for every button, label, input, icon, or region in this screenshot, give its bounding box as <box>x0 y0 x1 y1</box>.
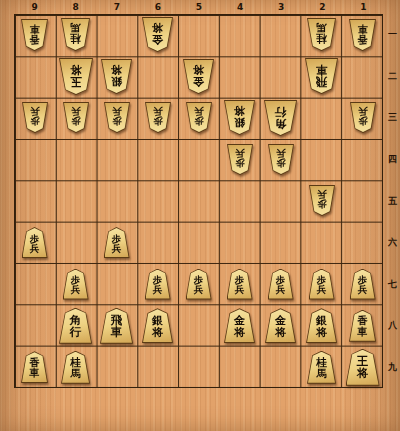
gote-pawn-44[interactable]: 歩兵 <box>227 144 253 175</box>
koma-kanji: 歩兵 <box>228 270 252 299</box>
koma-shape: 歩兵 <box>104 227 130 258</box>
koma-kanji: 歩兵 <box>23 103 47 132</box>
sente-knight-89[interactable]: 桂馬 <box>61 351 90 384</box>
koma-shape: 歩兵 <box>186 269 212 300</box>
koma-shape: 歩兵 <box>145 269 171 300</box>
koma-kanji: 歩兵 <box>105 103 129 132</box>
sente-pawn-37[interactable]: 歩兵 <box>268 269 294 300</box>
koma-shape: 飛車 <box>305 58 338 94</box>
koma-kanji: 歩兵 <box>269 270 293 299</box>
sente-pawn-76[interactable]: 歩兵 <box>104 227 130 258</box>
gote-knight-81[interactable]: 桂馬 <box>61 18 90 51</box>
koma-kanji: 歩兵 <box>310 186 334 215</box>
koma-kanji: 金将 <box>184 60 213 93</box>
gote-knight-21[interactable]: 桂馬 <box>307 18 336 51</box>
koma-shape: 香車 <box>349 19 376 51</box>
koma-kanji: 歩兵 <box>23 228 47 257</box>
koma-kanji: 金将 <box>266 309 295 342</box>
koma-kanji: 歩兵 <box>64 270 88 299</box>
koma-shape: 桂馬 <box>61 351 90 384</box>
koma-kanji: 角行 <box>265 101 296 135</box>
rank-label-1: 一 <box>385 14 400 56</box>
koma-kanji: 桂馬 <box>62 352 89 383</box>
koma-kanji: 桂馬 <box>308 19 335 50</box>
koma-shape: 銀将 <box>101 59 132 94</box>
koma-kanji: 香車 <box>350 311 375 341</box>
sente-pawn-27[interactable]: 歩兵 <box>309 269 335 300</box>
koma-kanji: 桂馬 <box>62 19 89 50</box>
gote-bishop-33[interactable]: 角行 <box>264 100 297 136</box>
koma-shape: 桂馬 <box>307 351 336 384</box>
sente-pawn-47[interactable]: 歩兵 <box>227 269 253 300</box>
file-label-6: 6 <box>137 0 178 14</box>
sente-lance-18[interactable]: 香車 <box>349 310 376 342</box>
sente-bishop-88[interactable]: 角行 <box>59 308 92 344</box>
sente-pawn-67[interactable]: 歩兵 <box>145 269 171 300</box>
sente-rook-78[interactable]: 飛車 <box>100 308 133 344</box>
koma-kanji: 金将 <box>143 18 172 51</box>
rank-label-3: 三 <box>385 97 400 139</box>
koma-kanji: 歩兵 <box>146 270 170 299</box>
gote-pawn-63[interactable]: 歩兵 <box>145 102 171 133</box>
koma-shape: 歩兵 <box>227 144 253 175</box>
koma-shape: 桂馬 <box>61 18 90 51</box>
koma-kanji: 歩兵 <box>269 145 293 174</box>
koma-shape: 歩兵 <box>63 102 89 133</box>
gote-lance-11[interactable]: 香車 <box>349 19 376 51</box>
sente-lance-99[interactable]: 香車 <box>21 351 48 383</box>
file-label-4: 4 <box>220 0 261 14</box>
koma-kanji: 銀将 <box>225 101 254 134</box>
koma-shape: 香車 <box>349 310 376 342</box>
gote-pawn-83[interactable]: 歩兵 <box>63 102 89 133</box>
koma-shape: 歩兵 <box>309 269 335 300</box>
gote-pawn-25[interactable]: 歩兵 <box>309 185 335 216</box>
koma-shape: 歩兵 <box>186 102 212 133</box>
koma-shape: 歩兵 <box>22 227 48 258</box>
koma-kanji: 香車 <box>350 20 375 50</box>
koma-kanji: 香車 <box>22 352 47 382</box>
sente-gold-48[interactable]: 金将 <box>224 308 255 343</box>
koma-kanji: 歩兵 <box>187 103 211 132</box>
koma-kanji: 歩兵 <box>64 103 88 132</box>
gote-pawn-73[interactable]: 歩兵 <box>104 102 130 133</box>
gote-silver-72[interactable]: 銀将 <box>101 59 132 94</box>
file-label-5: 5 <box>178 0 219 14</box>
gote-pawn-34[interactable]: 歩兵 <box>268 144 294 175</box>
rank-labels: 一 二 三 四 五 六 七 八 九 <box>385 14 400 388</box>
koma-kanji: 歩兵 <box>351 103 375 132</box>
gote-rook-22[interactable]: 飛車 <box>305 58 338 94</box>
koma-shape: 銀将 <box>306 308 337 343</box>
koma-shape: 歩兵 <box>145 102 171 133</box>
koma-kanji: 歩兵 <box>310 270 334 299</box>
rank-label-2: 二 <box>385 56 400 98</box>
koma-kanji: 銀将 <box>143 309 172 342</box>
sente-pawn-87[interactable]: 歩兵 <box>63 269 89 300</box>
koma-kanji: 金将 <box>225 309 254 342</box>
rank-label-8: 八 <box>385 305 400 347</box>
rank-label-9: 九 <box>385 347 400 389</box>
koma-shape: 銀将 <box>142 308 173 343</box>
file-label-2: 2 <box>302 0 343 14</box>
gote-pawn-53[interactable]: 歩兵 <box>186 102 212 133</box>
sente-knight-29[interactable]: 桂馬 <box>307 351 336 384</box>
koma-kanji: 角行 <box>60 309 91 343</box>
sente-gold-38[interactable]: 金将 <box>265 308 296 343</box>
koma-shape: 歩兵 <box>268 269 294 300</box>
koma-shape: 角行 <box>264 100 297 136</box>
sente-silver-28[interactable]: 銀将 <box>306 308 337 343</box>
rank-label-4: 四 <box>385 139 400 181</box>
sente-king-19[interactable]: 王将 <box>346 349 380 386</box>
gote-king-82[interactable]: 玉将 <box>59 58 93 95</box>
board-grid[interactable]: 香車桂馬金将桂馬香車玉将銀将金将飛車歩兵歩兵歩兵歩兵歩兵銀将角行歩兵歩兵歩兵歩兵… <box>14 14 383 388</box>
koma-shape: 歩兵 <box>104 102 130 133</box>
koma-kanji: 歩兵 <box>105 228 129 257</box>
koma-kanji: 王将 <box>347 350 379 385</box>
gote-pawn-93[interactable]: 歩兵 <box>22 102 48 133</box>
gote-silver-43[interactable]: 銀将 <box>224 100 255 135</box>
file-label-9: 9 <box>14 0 55 14</box>
koma-kanji: 飛車 <box>101 309 132 343</box>
rank-label-7: 七 <box>385 263 400 305</box>
sente-pawn-17[interactable]: 歩兵 <box>350 269 376 300</box>
shogi-board: 9 8 7 6 5 4 3 2 1 一 二 三 四 五 六 七 八 九 香車桂馬… <box>0 0 400 431</box>
koma-kanji: 飛車 <box>306 59 337 93</box>
file-label-8: 8 <box>55 0 96 14</box>
rank-label-6: 六 <box>385 222 400 264</box>
koma-shape: 王将 <box>346 349 380 386</box>
sente-pawn-96[interactable]: 歩兵 <box>22 227 48 258</box>
file-labels: 9 8 7 6 5 4 3 2 1 <box>14 0 384 14</box>
koma-kanji: 歩兵 <box>228 145 252 174</box>
koma-shape: 玉将 <box>59 58 93 95</box>
koma-kanji: 桂馬 <box>308 352 335 383</box>
gote-lance-91[interactable]: 香車 <box>21 19 48 51</box>
koma-kanji: 歩兵 <box>187 270 211 299</box>
koma-kanji: 銀将 <box>307 309 336 342</box>
koma-shape: 金将 <box>224 308 255 343</box>
koma-kanji: 香車 <box>22 20 47 50</box>
koma-shape: 香車 <box>21 351 48 383</box>
gote-gold-52[interactable]: 金将 <box>183 59 214 94</box>
koma-shape: 歩兵 <box>268 144 294 175</box>
koma-shape: 金将 <box>265 308 296 343</box>
koma-kanji: 銀将 <box>102 60 131 93</box>
koma-shape: 歩兵 <box>227 269 253 300</box>
rank-label-5: 五 <box>385 180 400 222</box>
koma-shape: 桂馬 <box>307 18 336 51</box>
koma-shape: 香車 <box>21 19 48 51</box>
koma-shape: 飛車 <box>100 308 133 344</box>
koma-shape: 金将 <box>142 17 173 52</box>
file-label-3: 3 <box>261 0 302 14</box>
koma-shape: 金将 <box>183 59 214 94</box>
sente-pawn-57[interactable]: 歩兵 <box>186 269 212 300</box>
koma-kanji: 歩兵 <box>351 270 375 299</box>
file-label-7: 7 <box>96 0 137 14</box>
koma-shape: 歩兵 <box>350 269 376 300</box>
koma-kanji: 歩兵 <box>146 103 170 132</box>
sente-silver-68[interactable]: 銀将 <box>142 308 173 343</box>
koma-shape: 角行 <box>59 308 92 344</box>
koma-shape: 歩兵 <box>350 102 376 133</box>
koma-shape: 歩兵 <box>63 269 89 300</box>
koma-kanji: 玉将 <box>60 59 92 94</box>
file-label-1: 1 <box>343 0 384 14</box>
gote-gold-61[interactable]: 金将 <box>142 17 173 52</box>
koma-shape: 歩兵 <box>309 185 335 216</box>
koma-shape: 歩兵 <box>22 102 48 133</box>
gote-pawn-13[interactable]: 歩兵 <box>350 102 376 133</box>
koma-shape: 銀将 <box>224 100 255 135</box>
